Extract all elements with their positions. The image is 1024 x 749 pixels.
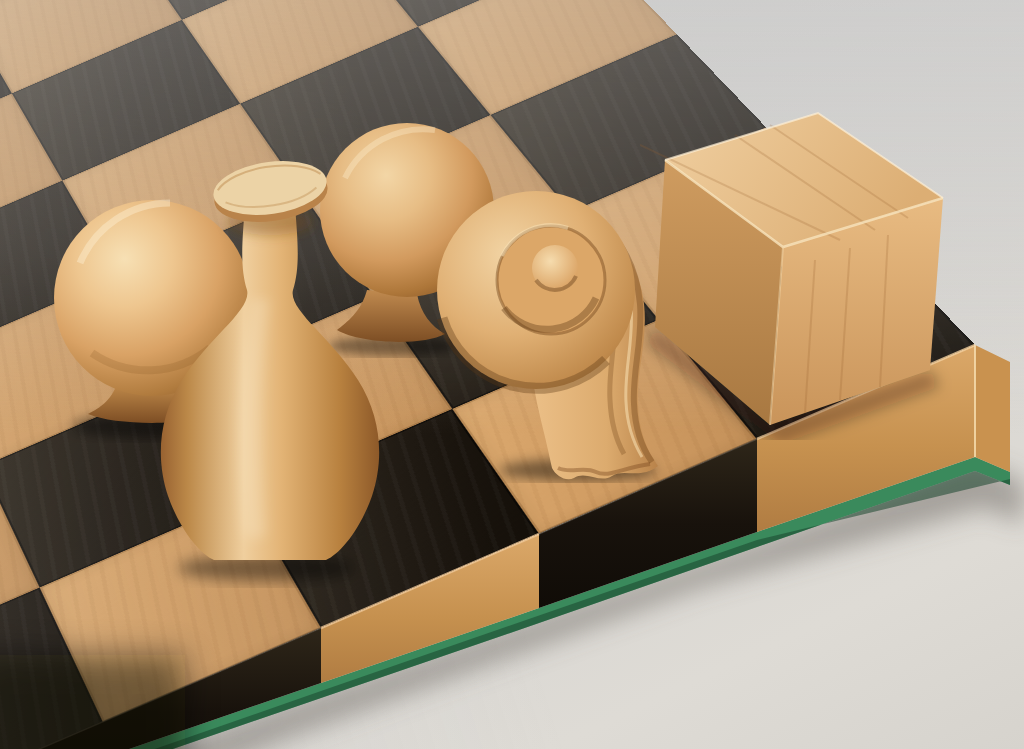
bishop-bottle-shape	[148, 148, 398, 588]
knight-scroll-shape	[418, 128, 678, 483]
piece-knight-g1[interactable]: ♘	[418, 128, 678, 483]
piece-rook-h1[interactable]: ♖	[640, 95, 960, 440]
rook-cube-shape	[640, 95, 960, 440]
edge-face-right-corner	[975, 345, 1010, 472]
scene-chessboard-closeup: ♙ ♖	[0, 0, 1024, 749]
piece-bishop-e1[interactable]: ♗	[148, 148, 398, 588]
defocus-smudge	[0, 655, 185, 749]
